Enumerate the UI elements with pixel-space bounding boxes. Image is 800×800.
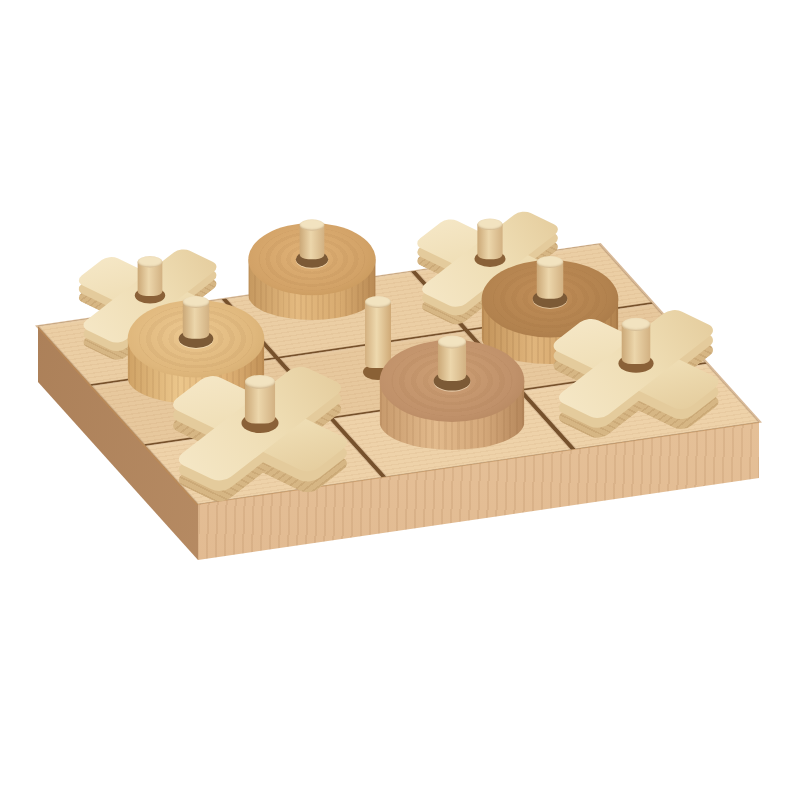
peg-top-icon	[365, 296, 391, 308]
peg-top-icon	[537, 256, 564, 268]
peg-icon	[365, 302, 391, 368]
peg-top-icon	[438, 336, 466, 349]
peg-top-icon	[300, 219, 325, 230]
peg-top-icon	[138, 256, 163, 267]
peg-top-icon	[183, 296, 210, 308]
peg-top-icon	[622, 318, 651, 331]
peg-top-icon	[245, 375, 275, 389]
product-photo-scene	[0, 0, 800, 800]
pieces-layer	[0, 0, 800, 800]
peg-top-icon	[477, 218, 502, 230]
